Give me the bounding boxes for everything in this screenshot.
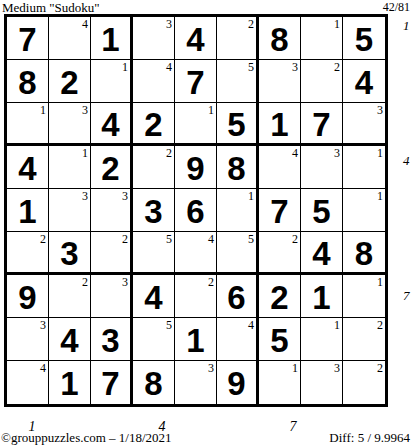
given-digit: 2: [60, 64, 78, 99]
cell-r7c7[interactable]: 2: [259, 275, 301, 318]
given-digit: 5: [312, 193, 330, 228]
given-digit: 9: [18, 279, 36, 314]
sudoku-grid: 7413428158214753241342151734122984311333…: [4, 14, 388, 407]
cell-r2c9[interactable]: 4: [343, 60, 385, 103]
given-digit: 5: [227, 106, 245, 141]
cell-r4c8[interactable]: 3: [301, 146, 343, 189]
pencil-mark: 4: [208, 232, 214, 246]
cell-r6c1[interactable]: 2: [7, 232, 49, 275]
cell-r1c7[interactable]: 8: [259, 17, 301, 60]
cell-r5c4[interactable]: 3: [133, 189, 175, 232]
cell-r8c9[interactable]: 2: [343, 318, 385, 361]
given-digit: 1: [270, 106, 288, 141]
cell-r6c5[interactable]: 4: [175, 232, 217, 275]
pencil-mark: 1: [334, 17, 340, 31]
pencil-mark: 3: [82, 103, 88, 117]
pencil-mark: 3: [122, 275, 128, 289]
given-digit: 6: [186, 193, 204, 228]
cell-r3c3[interactable]: 4: [91, 103, 133, 146]
pencil-mark: 1: [248, 189, 254, 203]
given-digit: 8: [227, 150, 245, 185]
cell-r7c5[interactable]: 2: [175, 275, 217, 318]
given-digit: 4: [186, 21, 204, 56]
pencil-mark: 2: [40, 232, 46, 246]
pencil-mark: 2: [122, 232, 128, 246]
cell-r5c8[interactable]: 5: [301, 189, 343, 232]
cell-r8c7[interactable]: 5: [259, 318, 301, 361]
given-digit: 4: [355, 64, 373, 99]
pencil-mark: 4: [166, 60, 172, 74]
given-digit: 3: [144, 193, 162, 228]
cell-r9c9[interactable]: 2: [343, 361, 385, 404]
given-digit: 8: [355, 235, 373, 270]
given-digit: 9: [186, 150, 204, 185]
given-digit: 8: [18, 64, 36, 99]
cell-r4c7[interactable]: 4: [259, 146, 301, 189]
pencil-mark: 3: [82, 189, 88, 203]
pencil-mark: 5: [248, 60, 254, 74]
cell-r9c3[interactable]: 7: [91, 361, 133, 404]
cell-r5c2[interactable]: 3: [49, 189, 91, 232]
cell-r2c1[interactable]: 8: [7, 60, 49, 103]
given-digit: 3: [60, 235, 78, 270]
pencil-mark: 1: [40, 103, 46, 117]
pencil-mark: 5: [248, 232, 254, 246]
given-digit: 1: [312, 279, 330, 314]
col-label-7: 7: [271, 419, 315, 433]
pencil-mark: 4: [40, 361, 46, 375]
given-digit: 4: [60, 322, 78, 357]
cell-r7c1[interactable]: 9: [7, 275, 49, 318]
given-digit: 5: [355, 21, 373, 56]
given-digit: 1: [186, 322, 204, 357]
row-label-1: 1: [403, 18, 412, 34]
cell-r8c2[interactable]: 4: [49, 318, 91, 361]
cell-r7c9[interactable]: 1: [343, 275, 385, 318]
cell-r6c4[interactable]: 5: [133, 232, 175, 275]
cell-r1c5[interactable]: 4: [175, 17, 217, 60]
pencil-mark: 3: [40, 318, 46, 332]
cell-r1c4[interactable]: 3: [133, 17, 175, 60]
pencil-mark: 1: [377, 146, 383, 160]
given-digit: 7: [186, 64, 204, 99]
pencil-mark: 3: [122, 189, 128, 203]
cell-r7c8[interactable]: 1: [301, 275, 343, 318]
given-digit: 1: [60, 365, 78, 400]
pencil-mark: 3: [377, 103, 383, 117]
pencil-mark: 2: [377, 318, 383, 332]
cell-r6c3[interactable]: 2: [91, 232, 133, 275]
pencil-mark: 3: [334, 361, 340, 375]
given-digit: 2: [270, 279, 288, 314]
cell-r4c4[interactable]: 2: [133, 146, 175, 189]
cell-r4c1[interactable]: 4: [7, 146, 49, 189]
cell-r9c1[interactable]: 4: [7, 361, 49, 404]
cell-r1c2[interactable]: 4: [49, 17, 91, 60]
cell-r5c7[interactable]: 7: [259, 189, 301, 232]
cell-r1c1[interactable]: 7: [7, 17, 49, 60]
cell-r4c5[interactable]: 9: [175, 146, 217, 189]
cell-r2c2[interactable]: 2: [49, 60, 91, 103]
given-digit: 1: [18, 193, 36, 228]
given-digit: 5: [270, 322, 288, 357]
given-digit: 4: [18, 150, 36, 185]
cell-r9c6[interactable]: 9: [217, 361, 259, 404]
given-digit: 8: [270, 21, 288, 56]
pencil-mark: 1: [292, 361, 298, 375]
pencil-mark: 2: [292, 232, 298, 246]
cell-r8c8[interactable]: 1: [301, 318, 343, 361]
pencil-mark: 2: [208, 275, 214, 289]
pencil-mark: 3: [166, 17, 172, 31]
cell-r2c3[interactable]: 1: [91, 60, 133, 103]
cell-r5c6[interactable]: 1: [217, 189, 259, 232]
cell-r8c6[interactable]: 4: [217, 318, 259, 361]
pencil-mark: 1: [334, 318, 340, 332]
cell-r4c9[interactable]: 1: [343, 146, 385, 189]
pencil-mark: 1: [82, 146, 88, 160]
cell-r9c2[interactable]: 1: [49, 361, 91, 404]
pencil-mark: 2: [166, 146, 172, 160]
cell-r3c2[interactable]: 3: [49, 103, 91, 146]
cell-r8c3[interactable]: 3: [91, 318, 133, 361]
cell-r4c6[interactable]: 8: [217, 146, 259, 189]
cell-r6c9[interactable]: 8: [343, 232, 385, 275]
pencil-mark: 4: [82, 17, 88, 31]
cell-r9c4[interactable]: 8: [133, 361, 175, 404]
cell-r1c6[interactable]: 2: [217, 17, 259, 60]
given-digit: 2: [144, 106, 162, 141]
cell-r2c8[interactable]: 2: [301, 60, 343, 103]
cell-r7c3[interactable]: 3: [91, 275, 133, 318]
given-digit: 4: [144, 279, 162, 314]
given-digit: 8: [144, 365, 162, 400]
cell-r1c9[interactable]: 5: [343, 17, 385, 60]
pencil-mark: 1: [377, 189, 383, 203]
given-digit: 7: [312, 106, 330, 141]
cell-r2c7[interactable]: 3: [259, 60, 301, 103]
cell-r7c2[interactable]: 2: [49, 275, 91, 318]
pencil-mark: 1: [122, 60, 128, 74]
cell-r7c6[interactable]: 6: [217, 275, 259, 318]
difficulty-text: Diff: 5 / 9.9964: [329, 430, 410, 445]
cell-r8c4[interactable]: 5: [133, 318, 175, 361]
cell-r3c1[interactable]: 1: [7, 103, 49, 146]
pencil-mark: 3: [208, 361, 214, 375]
pencil-mark: 3: [334, 146, 340, 160]
cell-r3c9[interactable]: 3: [343, 103, 385, 146]
cell-r6c6[interactable]: 5: [217, 232, 259, 275]
cell-r1c8[interactable]: 1: [301, 17, 343, 60]
cell-r4c3[interactable]: 2: [91, 146, 133, 189]
cell-r8c5[interactable]: 1: [175, 318, 217, 361]
cell-r1c3[interactable]: 1: [91, 17, 133, 60]
cell-r6c2[interactable]: 3: [49, 232, 91, 275]
pencil-mark: 2: [248, 17, 254, 31]
given-digit: 9: [227, 365, 245, 400]
row-label-7: 7: [403, 288, 412, 304]
pencil-mark: 1: [208, 103, 214, 117]
cell-r3c5[interactable]: 1: [175, 103, 217, 146]
given-digit: 7: [270, 193, 288, 228]
given-digit: 2: [101, 150, 119, 185]
cell-r7c4[interactable]: 4: [133, 275, 175, 318]
cell-r9c7[interactable]: 1: [259, 361, 301, 404]
given-digit: 7: [101, 365, 119, 400]
cell-r4c2[interactable]: 1: [49, 146, 91, 189]
cell-r2c4[interactable]: 4: [133, 60, 175, 103]
pencil-mark: 4: [292, 146, 298, 160]
cell-r2c5[interactable]: 7: [175, 60, 217, 103]
row-label-4: 4: [403, 153, 412, 169]
pencil-mark: 4: [248, 318, 254, 332]
pencil-mark: 5: [166, 232, 172, 246]
cell-r5c5[interactable]: 6: [175, 189, 217, 232]
pencil-mark: 2: [377, 361, 383, 375]
cell-r3c6[interactable]: 5: [217, 103, 259, 146]
given-digit: 7: [18, 21, 36, 56]
cell-r9c8[interactable]: 3: [301, 361, 343, 404]
pencil-mark: 2: [334, 60, 340, 74]
puzzle-number: 42/81: [383, 0, 410, 15]
cell-r9c5[interactable]: 3: [175, 361, 217, 404]
given-digit: 4: [101, 106, 119, 141]
pencil-mark: 1: [377, 275, 383, 289]
given-digit: 4: [312, 235, 330, 270]
cell-r5c1[interactable]: 1: [7, 189, 49, 232]
cell-r3c7[interactable]: 1: [259, 103, 301, 146]
given-digit: 1: [101, 21, 119, 56]
cell-r8c1[interactable]: 3: [7, 318, 49, 361]
given-digit: 3: [101, 322, 119, 357]
pencil-mark: 3: [292, 60, 298, 74]
copyright-text: ©grouppuzzles.com – 1/18/2021: [1, 430, 172, 445]
given-digit: 6: [227, 279, 245, 314]
pencil-mark: 2: [82, 275, 88, 289]
cell-r6c7[interactable]: 2: [259, 232, 301, 275]
cell-r3c8[interactable]: 7: [301, 103, 343, 146]
cell-r2c6[interactable]: 5: [217, 60, 259, 103]
cell-r6c8[interactable]: 4: [301, 232, 343, 275]
cell-r5c9[interactable]: 1: [343, 189, 385, 232]
pencil-mark: 5: [166, 318, 172, 332]
cell-r3c4[interactable]: 2: [133, 103, 175, 146]
cell-r5c3[interactable]: 3: [91, 189, 133, 232]
